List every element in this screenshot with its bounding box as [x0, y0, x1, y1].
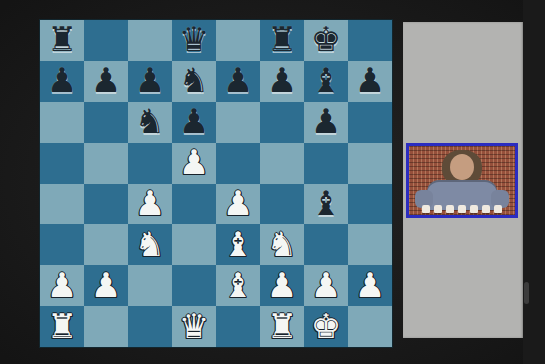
- piece-white-knight[interactable]: ♞: [267, 227, 297, 261]
- piece-white-bishop[interactable]: ♝: [223, 268, 253, 302]
- square-c8[interactable]: [128, 20, 172, 61]
- square-c3[interactable]: ♞: [128, 224, 172, 265]
- square-g6[interactable]: ♟: [304, 102, 348, 143]
- piece-white-bishop[interactable]: ♝: [223, 227, 253, 261]
- square-b2[interactable]: ♟: [84, 265, 128, 306]
- square-e2[interactable]: ♝: [216, 265, 260, 306]
- square-b4[interactable]: [84, 184, 128, 225]
- table-piece-icon: [446, 205, 454, 213]
- square-a4[interactable]: [40, 184, 84, 225]
- piece-white-pawn[interactable]: ♟: [47, 268, 77, 302]
- table-piece-icon: [482, 205, 490, 213]
- piece-white-pawn[interactable]: ♟: [355, 268, 385, 302]
- frame-notch: [524, 282, 529, 304]
- square-c4[interactable]: ♟: [128, 184, 172, 225]
- square-g7[interactable]: ♝: [304, 61, 348, 102]
- square-g2[interactable]: ♟: [304, 265, 348, 306]
- piece-black-pawn[interactable]: ♟: [311, 104, 341, 138]
- square-e3[interactable]: ♝: [216, 224, 260, 265]
- piece-black-knight[interactable]: ♞: [135, 104, 165, 138]
- piece-black-bishop[interactable]: ♝: [311, 186, 341, 220]
- square-d6[interactable]: ♟: [172, 102, 216, 143]
- square-h2[interactable]: ♟: [348, 265, 392, 306]
- square-h7[interactable]: ♟: [348, 61, 392, 102]
- square-a3[interactable]: [40, 224, 84, 265]
- table-piece-icon: [434, 205, 442, 213]
- piece-white-king[interactable]: ♚: [311, 309, 341, 343]
- piece-white-rook[interactable]: ♜: [47, 309, 77, 343]
- square-d3[interactable]: [172, 224, 216, 265]
- piece-white-pawn[interactable]: ♟: [135, 186, 165, 220]
- presenter-video[interactable]: [406, 143, 518, 218]
- square-g4[interactable]: ♝: [304, 184, 348, 225]
- table-piece-icon: [494, 205, 502, 213]
- square-f4[interactable]: [260, 184, 304, 225]
- square-h6[interactable]: [348, 102, 392, 143]
- right-dark-band: [523, 0, 545, 364]
- square-b7[interactable]: ♟: [84, 61, 128, 102]
- square-c2[interactable]: [128, 265, 172, 306]
- square-h1[interactable]: [348, 306, 392, 347]
- square-g1[interactable]: ♚: [304, 306, 348, 347]
- piece-black-king[interactable]: ♚: [311, 22, 341, 56]
- square-c6[interactable]: ♞: [128, 102, 172, 143]
- square-a6[interactable]: [40, 102, 84, 143]
- piece-white-pawn[interactable]: ♟: [311, 268, 341, 302]
- square-f3[interactable]: ♞: [260, 224, 304, 265]
- piece-black-knight[interactable]: ♞: [179, 63, 209, 97]
- piece-white-pawn[interactable]: ♟: [179, 145, 209, 179]
- square-f6[interactable]: [260, 102, 304, 143]
- piece-black-pawn[interactable]: ♟: [91, 63, 121, 97]
- square-a5[interactable]: [40, 143, 84, 184]
- table-piece-icon: [422, 205, 430, 213]
- square-a2[interactable]: ♟: [40, 265, 84, 306]
- piece-black-queen[interactable]: ♛: [179, 22, 209, 56]
- square-g5[interactable]: [304, 143, 348, 184]
- square-b5[interactable]: [84, 143, 128, 184]
- square-f7[interactable]: ♟: [260, 61, 304, 102]
- chess-board[interactable]: ♜♛♜♚♟♟♟♞♟♟♝♟♞♟♟♟♟♟♝♞♝♞♟♟♝♟♟♟♜♛♜♚: [40, 20, 392, 347]
- table-piece-icon: [470, 205, 478, 213]
- square-f5[interactable]: [260, 143, 304, 184]
- square-e7[interactable]: ♟: [216, 61, 260, 102]
- square-b6[interactable]: [84, 102, 128, 143]
- square-c1[interactable]: [128, 306, 172, 347]
- piece-black-pawn[interactable]: ♟: [355, 63, 385, 97]
- square-f8[interactable]: ♜: [260, 20, 304, 61]
- square-f2[interactable]: ♟: [260, 265, 304, 306]
- square-e4[interactable]: ♟: [216, 184, 260, 225]
- piece-white-pawn[interactable]: ♟: [91, 268, 121, 302]
- piece-white-pawn[interactable]: ♟: [223, 186, 253, 220]
- square-d4[interactable]: [172, 184, 216, 225]
- square-d7[interactable]: ♞: [172, 61, 216, 102]
- side-panel: [403, 22, 523, 338]
- piece-black-bishop[interactable]: ♝: [311, 63, 341, 97]
- square-d5[interactable]: ♟: [172, 143, 216, 184]
- presenter-face: [450, 154, 474, 180]
- table-pieces-row: [409, 204, 515, 213]
- piece-white-pawn[interactable]: ♟: [267, 268, 297, 302]
- piece-black-pawn[interactable]: ♟: [223, 63, 253, 97]
- piece-white-queen[interactable]: ♛: [179, 309, 209, 343]
- square-e8[interactable]: [216, 20, 260, 61]
- piece-black-pawn[interactable]: ♟: [135, 63, 165, 97]
- square-e6[interactable]: [216, 102, 260, 143]
- square-b8[interactable]: [84, 20, 128, 61]
- square-a7[interactable]: ♟: [40, 61, 84, 102]
- square-e5[interactable]: [216, 143, 260, 184]
- square-e1[interactable]: [216, 306, 260, 347]
- square-h3[interactable]: [348, 224, 392, 265]
- square-b3[interactable]: [84, 224, 128, 265]
- piece-black-pawn[interactable]: ♟: [179, 104, 209, 138]
- piece-white-rook[interactable]: ♜: [267, 309, 297, 343]
- square-b1[interactable]: [84, 306, 128, 347]
- piece-black-rook[interactable]: ♜: [267, 22, 297, 56]
- square-c7[interactable]: ♟: [128, 61, 172, 102]
- square-h8[interactable]: [348, 20, 392, 61]
- square-h5[interactable]: [348, 143, 392, 184]
- piece-black-pawn[interactable]: ♟: [47, 63, 77, 97]
- square-c5[interactable]: [128, 143, 172, 184]
- square-f1[interactable]: ♜: [260, 306, 304, 347]
- piece-black-rook[interactable]: ♜: [47, 22, 77, 56]
- square-g3[interactable]: [304, 224, 348, 265]
- square-h4[interactable]: [348, 184, 392, 225]
- square-d2[interactable]: [172, 265, 216, 306]
- square-d1[interactable]: ♛: [172, 306, 216, 347]
- square-a8[interactable]: ♜: [40, 20, 84, 61]
- square-g8[interactable]: ♚: [304, 20, 348, 61]
- piece-black-pawn[interactable]: ♟: [267, 63, 297, 97]
- video-frame: ♜♛♜♚♟♟♟♞♟♟♝♟♞♟♟♟♟♟♝♞♝♞♟♟♝♟♟♟♜♛♜♚: [0, 0, 545, 364]
- table-piece-icon: [458, 205, 466, 213]
- square-d8[interactable]: ♛: [172, 20, 216, 61]
- square-a1[interactable]: ♜: [40, 306, 84, 347]
- piece-white-knight[interactable]: ♞: [135, 227, 165, 261]
